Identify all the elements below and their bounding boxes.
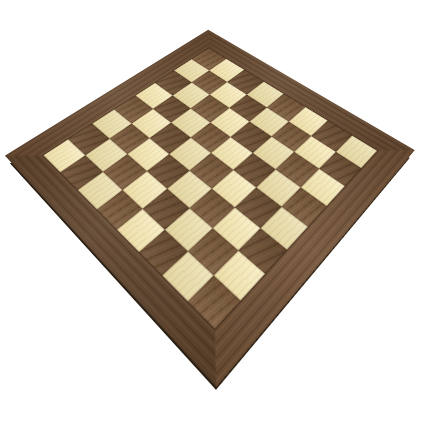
square	[267, 94, 305, 121]
square	[250, 107, 289, 136]
square	[92, 109, 131, 138]
square	[155, 70, 191, 95]
square	[174, 59, 209, 82]
square	[229, 94, 267, 121]
square	[289, 107, 328, 136]
square	[210, 82, 247, 108]
square	[192, 48, 226, 70]
square	[109, 123, 150, 154]
square	[191, 95, 229, 122]
chess-board	[5, 30, 415, 388]
square	[191, 70, 227, 95]
square	[271, 121, 311, 152]
square	[209, 59, 244, 82]
square	[132, 109, 171, 138]
square	[227, 70, 263, 94]
square	[210, 108, 249, 137]
board-border-left	[5, 30, 224, 172]
square	[231, 122, 271, 153]
board-grid	[43, 48, 377, 329]
square	[69, 124, 110, 155]
square	[190, 122, 230, 153]
square	[135, 83, 172, 109]
photo-background	[0, 0, 425, 425]
square	[311, 121, 351, 152]
square	[173, 82, 210, 108]
square	[153, 95, 191, 123]
board-scene	[0, 0, 425, 425]
square	[171, 108, 210, 137]
square	[114, 96, 152, 124]
board-border-top	[194, 30, 415, 166]
square	[150, 123, 191, 154]
square	[247, 81, 284, 107]
